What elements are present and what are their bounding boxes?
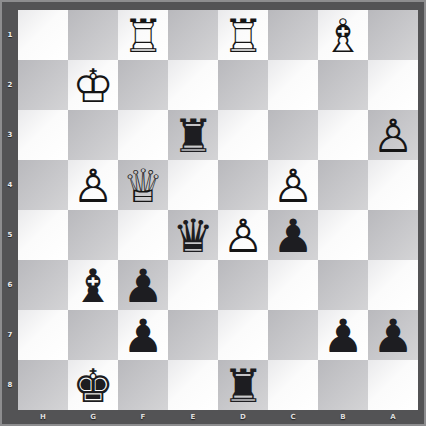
file-label-c: C (268, 410, 318, 424)
square-h5[interactable] (18, 210, 68, 260)
black-rook-d8[interactable]: ♜ (218, 360, 268, 410)
square-b2[interactable] (318, 60, 368, 110)
file-label-a: A (368, 410, 418, 424)
square-e8[interactable] (168, 360, 218, 410)
rank-label-6: 6 (2, 260, 18, 310)
rank-coordinate-labels: 12345678 (2, 10, 18, 410)
square-d3[interactable] (218, 110, 268, 160)
black-queen-e5[interactable]: ♛ (168, 210, 218, 260)
black-pawn-c5[interactable]: ♟ (268, 210, 318, 260)
file-label-h: H (18, 410, 68, 424)
square-g1[interactable] (68, 10, 118, 60)
file-label-f: F (118, 410, 168, 424)
square-c2[interactable] (268, 60, 318, 110)
square-d7[interactable] (218, 310, 268, 360)
square-d8[interactable]: ♜ (218, 360, 268, 410)
square-a5[interactable] (368, 210, 418, 260)
square-e6[interactable] (168, 260, 218, 310)
square-c4[interactable]: ♙ (268, 160, 318, 210)
square-a6[interactable] (368, 260, 418, 310)
square-b5[interactable] (318, 210, 368, 260)
square-c3[interactable] (268, 110, 318, 160)
square-f6[interactable]: ♟ (118, 260, 168, 310)
square-e3[interactable]: ♜ (168, 110, 218, 160)
square-e1[interactable] (168, 10, 218, 60)
square-b6[interactable] (318, 260, 368, 310)
square-a4[interactable] (368, 160, 418, 210)
square-h6[interactable] (18, 260, 68, 310)
rank-label-8: 8 (2, 360, 18, 410)
white-rook-f1[interactable]: ♖ (118, 10, 168, 60)
square-g7[interactable] (68, 310, 118, 360)
white-pawn-g4[interactable]: ♙ (68, 160, 118, 210)
square-h1[interactable] (18, 10, 68, 60)
rank-label-1: 1 (2, 10, 18, 60)
square-c1[interactable] (268, 10, 318, 60)
square-a3[interactable]: ♙ (368, 110, 418, 160)
square-e7[interactable] (168, 310, 218, 360)
square-b4[interactable] (318, 160, 368, 210)
square-g2[interactable]: ♔ (68, 60, 118, 110)
square-f1[interactable]: ♖ (118, 10, 168, 60)
black-bishop-g6[interactable]: ♝ (68, 260, 118, 310)
rank-label-7: 7 (2, 310, 18, 360)
square-a8[interactable] (368, 360, 418, 410)
square-h3[interactable] (18, 110, 68, 160)
chess-board: ♖♖♗♔♜♙♙♕♙♛♙♟♝♟♟♟♟♚♜ (18, 10, 418, 410)
file-coordinate-labels: HGFEDCBA (18, 410, 418, 424)
black-king-g8[interactable]: ♚ (68, 360, 118, 410)
black-pawn-f6[interactable]: ♟ (118, 260, 168, 310)
square-b7[interactable]: ♟ (318, 310, 368, 360)
white-queen-f4[interactable]: ♕ (118, 160, 168, 210)
square-d4[interactable] (218, 160, 268, 210)
rank-label-5: 5 (2, 210, 18, 260)
rank-label-3: 3 (2, 110, 18, 160)
square-d1[interactable]: ♖ (218, 10, 268, 60)
square-g5[interactable] (68, 210, 118, 260)
square-g8[interactable]: ♚ (68, 360, 118, 410)
square-f8[interactable] (118, 360, 168, 410)
black-pawn-a7[interactable]: ♟ (368, 310, 418, 360)
square-g6[interactable]: ♝ (68, 260, 118, 310)
square-c7[interactable] (268, 310, 318, 360)
square-b8[interactable] (318, 360, 368, 410)
white-pawn-c4[interactable]: ♙ (268, 160, 318, 210)
square-g3[interactable] (68, 110, 118, 160)
square-h4[interactable] (18, 160, 68, 210)
white-bishop-b1[interactable]: ♗ (318, 10, 368, 60)
white-rook-d1[interactable]: ♖ (218, 10, 268, 60)
square-d2[interactable] (218, 60, 268, 110)
chess-board-frame: 12345678 ♖♖♗♔♜♙♙♕♙♛♙♟♝♟♟♟♟♚♜ HGFEDCBA (0, 0, 426, 426)
square-f5[interactable] (118, 210, 168, 260)
rank-label-2: 2 (2, 60, 18, 110)
square-h8[interactable] (18, 360, 68, 410)
black-pawn-f7[interactable]: ♟ (118, 310, 168, 360)
square-e2[interactable] (168, 60, 218, 110)
square-f3[interactable] (118, 110, 168, 160)
square-d5[interactable]: ♙ (218, 210, 268, 260)
square-d6[interactable] (218, 260, 268, 310)
white-pawn-a3[interactable]: ♙ (368, 110, 418, 160)
square-b3[interactable] (318, 110, 368, 160)
square-b1[interactable]: ♗ (318, 10, 368, 60)
black-rook-e3[interactable]: ♜ (168, 110, 218, 160)
square-a2[interactable] (368, 60, 418, 110)
square-a1[interactable] (368, 10, 418, 60)
rank-label-4: 4 (2, 160, 18, 210)
square-a7[interactable]: ♟ (368, 310, 418, 360)
white-pawn-d5[interactable]: ♙ (218, 210, 268, 260)
square-f7[interactable]: ♟ (118, 310, 168, 360)
file-label-g: G (68, 410, 118, 424)
square-c5[interactable]: ♟ (268, 210, 318, 260)
square-h2[interactable] (18, 60, 68, 110)
square-e4[interactable] (168, 160, 218, 210)
square-c8[interactable] (268, 360, 318, 410)
white-king-g2[interactable]: ♔ (68, 60, 118, 110)
file-label-b: B (318, 410, 368, 424)
square-g4[interactable]: ♙ (68, 160, 118, 210)
square-c6[interactable] (268, 260, 318, 310)
square-f4[interactable]: ♕ (118, 160, 168, 210)
square-e5[interactable]: ♛ (168, 210, 218, 260)
file-label-d: D (218, 410, 268, 424)
file-label-e: E (168, 410, 218, 424)
square-h7[interactable] (18, 310, 68, 360)
black-pawn-b7[interactable]: ♟ (318, 310, 368, 360)
square-f2[interactable] (118, 60, 168, 110)
